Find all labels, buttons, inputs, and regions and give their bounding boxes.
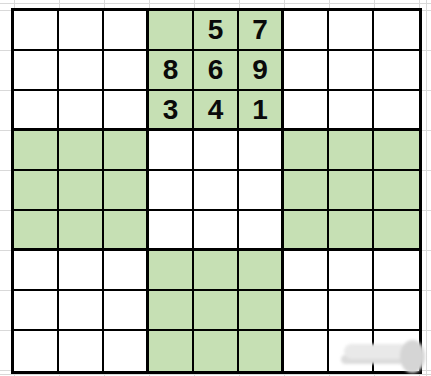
cell-r8c6[interactable] (239, 291, 284, 331)
cell-r9c4[interactable] (149, 331, 194, 371)
cell-r1c9[interactable] (374, 11, 419, 51)
cell-r9c3[interactable] (104, 331, 149, 371)
cell-r6c1[interactable] (14, 211, 59, 251)
cell-r5c1[interactable] (14, 171, 59, 211)
cell-r4c8[interactable] (329, 131, 374, 171)
cell-r9c6[interactable] (239, 331, 284, 371)
cell-r7c8[interactable] (329, 251, 374, 291)
cell-r5c2[interactable] (59, 171, 104, 211)
cell-r8c1[interactable] (14, 291, 59, 331)
cell-r7c5[interactable] (194, 251, 239, 291)
cell-r3c2[interactable] (59, 91, 104, 131)
cell-r6c9[interactable] (374, 211, 419, 251)
cell-r4c7[interactable] (284, 131, 329, 171)
cell-r6c2[interactable] (59, 211, 104, 251)
cell-r2c6[interactable]: 9 (239, 51, 284, 91)
sheet-gridline-vertical (426, 0, 427, 376)
cell-r8c5[interactable] (194, 291, 239, 331)
cell-r7c6[interactable] (239, 251, 284, 291)
cell-r1c2[interactable] (59, 11, 104, 51)
cell-r2c4[interactable]: 8 (149, 51, 194, 91)
cell-r4c1[interactable] (14, 131, 59, 171)
cell-r9c5[interactable] (194, 331, 239, 371)
cell-r3c1[interactable] (14, 91, 59, 131)
cell-r8c2[interactable] (59, 291, 104, 331)
cell-r2c9[interactable] (374, 51, 419, 91)
cell-r5c7[interactable] (284, 171, 329, 211)
cell-r2c5[interactable]: 6 (194, 51, 239, 91)
cell-r5c6[interactable] (239, 171, 284, 211)
cell-r3c3[interactable] (104, 91, 149, 131)
cell-r7c3[interactable] (104, 251, 149, 291)
cell-r6c4[interactable] (149, 211, 194, 251)
cell-r3c9[interactable] (374, 91, 419, 131)
cell-r4c2[interactable] (59, 131, 104, 171)
cell-r3c5[interactable]: 4 (194, 91, 239, 131)
cell-r1c6[interactable]: 7 (239, 11, 284, 51)
cell-r1c8[interactable] (329, 11, 374, 51)
cell-r4c9[interactable] (374, 131, 419, 171)
cell-r6c6[interactable] (239, 211, 284, 251)
cell-r5c4[interactable] (149, 171, 194, 211)
cell-r3c7[interactable] (284, 91, 329, 131)
cell-r3c4[interactable]: 3 (149, 91, 194, 131)
cell-r3c8[interactable] (329, 91, 374, 131)
cell-r8c9[interactable] (374, 291, 419, 331)
cell-r8c3[interactable] (104, 291, 149, 331)
cell-r8c4[interactable] (149, 291, 194, 331)
watermark-smudge (341, 339, 425, 375)
spreadsheet-canvas: 57869341 (0, 0, 431, 376)
cell-r9c1[interactable] (14, 331, 59, 371)
cell-r4c3[interactable] (104, 131, 149, 171)
cell-r2c2[interactable] (59, 51, 104, 91)
cell-r8c7[interactable] (284, 291, 329, 331)
cell-r1c4[interactable] (149, 11, 194, 51)
cell-r7c1[interactable] (14, 251, 59, 291)
watermark-smudge-lobe (400, 340, 425, 373)
cell-r5c3[interactable] (104, 171, 149, 211)
sheet-gridline-horizontal (0, 3, 431, 4)
cell-r4c5[interactable] (194, 131, 239, 171)
cell-r3c6[interactable]: 1 (239, 91, 284, 131)
cell-r5c8[interactable] (329, 171, 374, 211)
cell-r1c7[interactable] (284, 11, 329, 51)
cell-r6c7[interactable] (284, 211, 329, 251)
cell-r7c9[interactable] (374, 251, 419, 291)
cell-r8c8[interactable] (329, 291, 374, 331)
cell-r6c3[interactable] (104, 211, 149, 251)
cell-r1c3[interactable] (104, 11, 149, 51)
cell-r1c1[interactable] (14, 11, 59, 51)
cell-r7c4[interactable] (149, 251, 194, 291)
cell-r2c1[interactable] (14, 51, 59, 91)
cell-r1c5[interactable]: 5 (194, 11, 239, 51)
cell-r5c9[interactable] (374, 171, 419, 211)
cell-r2c7[interactable] (284, 51, 329, 91)
cell-r6c8[interactable] (329, 211, 374, 251)
cell-r4c4[interactable] (149, 131, 194, 171)
cell-r9c2[interactable] (59, 331, 104, 371)
cell-r7c7[interactable] (284, 251, 329, 291)
cell-r2c8[interactable] (329, 51, 374, 91)
watermark-smudge-band (344, 344, 408, 359)
cell-r4c6[interactable] (239, 131, 284, 171)
sudoku-board: 57869341 (11, 8, 422, 374)
cell-r2c3[interactable] (104, 51, 149, 91)
cell-r9c7[interactable] (284, 331, 329, 371)
cell-r5c5[interactable] (194, 171, 239, 211)
cell-r6c5[interactable] (194, 211, 239, 251)
cell-r7c2[interactable] (59, 251, 104, 291)
